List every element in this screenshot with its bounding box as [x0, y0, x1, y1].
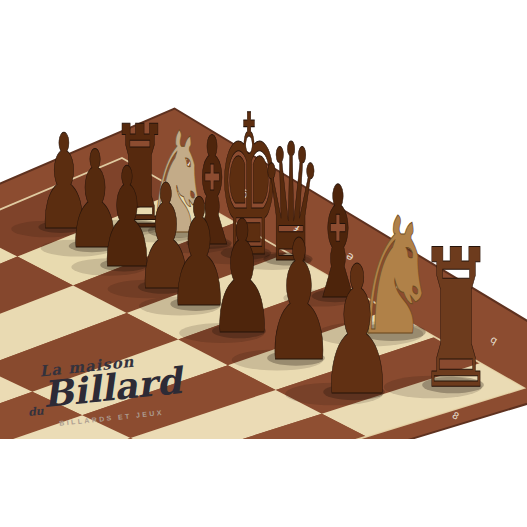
chess-board-perspective: hgfedcba87654321♜♟♞♝♟♚♛♟♟♝♟♟♞♟♜♟: [0, 0, 527, 527]
chess-set-product-photo: hgfedcba87654321♜♟♞♝♟♚♛♟♟♝♟♟♞♟♜♟ La mais…: [0, 0, 527, 527]
piece-a7-pawn: ♟: [319, 227, 396, 435]
photo-bottom-crop: [0, 439, 527, 527]
piece-a8-rook: ♜: [417, 209, 494, 431]
